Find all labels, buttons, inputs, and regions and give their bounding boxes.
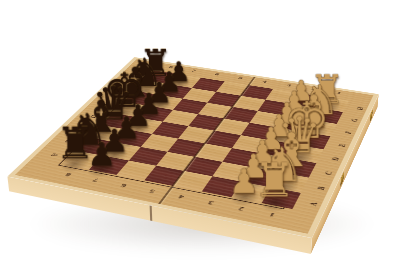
scene: 88AA77BB66CC55DD44EE33FF22GG11HH ♜♞♟♝♟♚♟… xyxy=(0,0,415,277)
brass-latch-icon xyxy=(370,110,373,122)
brass-latch-icon xyxy=(340,172,343,186)
chessboard: 88AA77BB66CC55DD44EE33FF22GG11HH ♜♞♟♝♟♚♟… xyxy=(7,57,378,238)
fold-seam-side xyxy=(150,205,153,221)
photo-canvas: 88AA77BB66CC55DD44EE33FF22GG11HH ♜♞♟♝♟♚♟… xyxy=(0,0,415,277)
piece-glyph: ♜ xyxy=(254,158,296,204)
